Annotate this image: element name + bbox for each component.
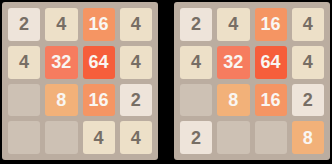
tile-32: 32 xyxy=(45,46,77,79)
tile-16: 16 xyxy=(255,8,287,41)
empty-cell xyxy=(45,121,77,154)
tile-4: 4 xyxy=(45,8,77,41)
tile-16: 16 xyxy=(255,84,287,117)
tile-4: 4 xyxy=(292,46,324,79)
tile-2: 2 xyxy=(120,84,152,117)
board-right: 24164432644816228 xyxy=(174,2,330,160)
tile-2: 2 xyxy=(180,8,212,41)
tile-2: 2 xyxy=(8,8,40,41)
tile-8: 8 xyxy=(217,84,249,117)
tile-8: 8 xyxy=(45,84,77,117)
tile-32: 32 xyxy=(217,46,249,79)
dual-2048-boards: 24164432644816244 24164432644816228 xyxy=(0,0,332,164)
tile-2: 2 xyxy=(180,121,212,154)
tile-16: 16 xyxy=(83,84,115,117)
tile-2: 2 xyxy=(292,84,324,117)
tile-16: 16 xyxy=(83,8,115,41)
tile-4: 4 xyxy=(120,121,152,154)
empty-cell xyxy=(180,84,212,117)
tile-8: 8 xyxy=(292,121,324,154)
tile-4: 4 xyxy=(83,121,115,154)
tile-4: 4 xyxy=(292,8,324,41)
empty-cell xyxy=(8,84,40,117)
tile-4: 4 xyxy=(217,8,249,41)
tile-4: 4 xyxy=(120,46,152,79)
empty-cell xyxy=(255,121,287,154)
tile-64: 64 xyxy=(83,46,115,79)
tile-64: 64 xyxy=(255,46,287,79)
tile-4: 4 xyxy=(8,46,40,79)
board-left: 24164432644816244 xyxy=(2,2,158,160)
tile-4: 4 xyxy=(120,8,152,41)
empty-cell xyxy=(217,121,249,154)
empty-cell xyxy=(8,121,40,154)
tile-4: 4 xyxy=(180,46,212,79)
